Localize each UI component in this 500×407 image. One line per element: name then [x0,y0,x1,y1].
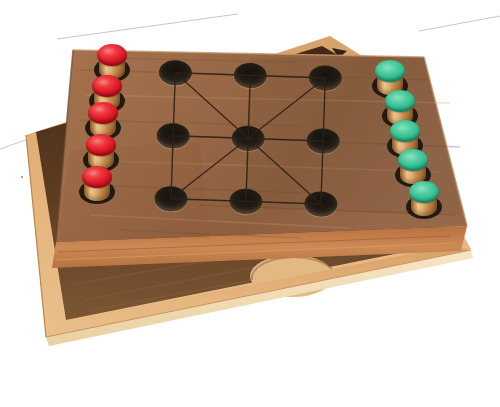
green-peg-5[interactable] [409,181,439,223]
red-peg-5[interactable] [82,166,112,208]
board-grid [132,40,363,237]
red-peg-top [86,134,116,156]
board-hole-r0c1[interactable] [233,62,267,88]
product-photo-scene [0,0,500,407]
green-peg-top [409,181,439,203]
board-hole-r2c2[interactable] [304,191,338,217]
board-hole-r2c1[interactable] [229,188,263,214]
red-peg-top [92,75,122,97]
red-peg-top [97,44,127,66]
board-hole-r1c2[interactable] [306,128,340,154]
board-hole-r0c0[interactable] [158,60,192,86]
green-peg-top [398,149,428,171]
board-hole-r1c0[interactable] [156,123,190,149]
green-peg-top [375,60,405,82]
red-peg-top [82,166,112,188]
red-peg-top [88,102,118,124]
board-hole-r2c0[interactable] [154,186,188,212]
dust-speck [21,176,23,178]
green-peg-top [390,120,420,142]
board-hole-r0c2[interactable] [308,65,342,91]
green-peg-top [385,90,415,112]
board-hole-r1c1[interactable] [231,125,265,151]
